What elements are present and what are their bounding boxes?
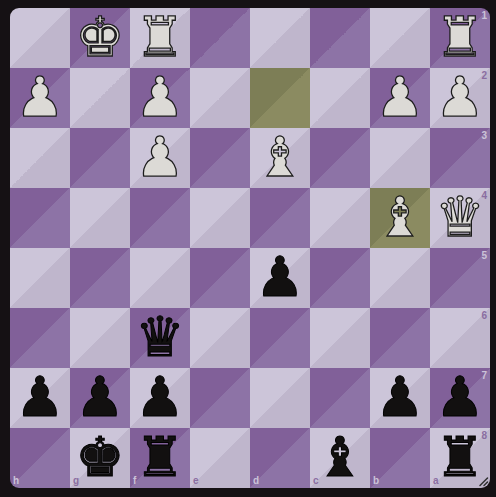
file-label-b: b xyxy=(373,476,379,486)
square-e6[interactable] xyxy=(190,308,250,368)
white-bishop-d3[interactable]: ♝ xyxy=(250,128,310,188)
square-c6[interactable] xyxy=(310,308,370,368)
square-d1[interactable] xyxy=(250,8,310,68)
white-pawn-b2[interactable]: ♟ xyxy=(370,68,430,128)
square-f3[interactable]: ♟ xyxy=(130,128,190,188)
square-d7[interactable] xyxy=(250,368,310,428)
square-e4[interactable] xyxy=(190,188,250,248)
square-b1[interactable] xyxy=(370,8,430,68)
rank-label-5: 5 xyxy=(481,251,487,261)
square-f6[interactable]: ♛ xyxy=(130,308,190,368)
black-rook-f8[interactable]: ♜ xyxy=(130,428,190,488)
white-king-g1[interactable]: ♚ xyxy=(70,8,130,68)
square-h5[interactable] xyxy=(10,248,70,308)
white-pawn-f3[interactable]: ♟ xyxy=(130,128,190,188)
square-f1[interactable]: ♜ xyxy=(130,8,190,68)
square-h6[interactable] xyxy=(10,308,70,368)
square-g5[interactable] xyxy=(70,248,130,308)
square-e3[interactable] xyxy=(190,128,250,188)
square-h8[interactable]: h xyxy=(10,428,70,488)
white-pawn-a2[interactable]: ♟ xyxy=(430,68,490,128)
square-h3[interactable] xyxy=(10,128,70,188)
square-a8[interactable]: ♜8a xyxy=(430,428,490,488)
square-a3[interactable]: 3 xyxy=(430,128,490,188)
square-b7[interactable]: ♟ xyxy=(370,368,430,428)
square-g4[interactable] xyxy=(70,188,130,248)
square-g3[interactable] xyxy=(70,128,130,188)
square-b2[interactable]: ♟ xyxy=(370,68,430,128)
square-c1[interactable] xyxy=(310,8,370,68)
square-b3[interactable] xyxy=(370,128,430,188)
square-c4[interactable] xyxy=(310,188,370,248)
square-d2[interactable] xyxy=(250,68,310,128)
board-resize-handle-icon[interactable] xyxy=(477,475,489,487)
white-rook-f1[interactable]: ♜ xyxy=(130,8,190,68)
square-b5[interactable] xyxy=(370,248,430,308)
square-d5[interactable]: ♟ xyxy=(250,248,310,308)
square-a2[interactable]: ♟2 xyxy=(430,68,490,128)
square-h7[interactable]: ♟ xyxy=(10,368,70,428)
black-pawn-a7[interactable]: ♟ xyxy=(430,368,490,428)
square-h2[interactable]: ♟ xyxy=(10,68,70,128)
square-b8[interactable]: b xyxy=(370,428,430,488)
white-bishop-b4[interactable]: ♝ xyxy=(370,188,430,248)
page-background: ♚♜♜1♟♟♟♟2♟♝3♝♛4♟5♛6♟♟♟♟♟7h♚g♜fed♝cb♜8a xyxy=(0,0,496,497)
square-f4[interactable] xyxy=(130,188,190,248)
square-e5[interactable] xyxy=(190,248,250,308)
square-a6[interactable]: 6 xyxy=(430,308,490,368)
file-label-e: e xyxy=(193,476,199,486)
square-a7[interactable]: ♟7 xyxy=(430,368,490,428)
square-g8[interactable]: ♚g xyxy=(70,428,130,488)
square-c3[interactable] xyxy=(310,128,370,188)
square-e2[interactable] xyxy=(190,68,250,128)
square-c5[interactable] xyxy=(310,248,370,308)
square-h1[interactable] xyxy=(10,8,70,68)
square-e8[interactable]: e xyxy=(190,428,250,488)
square-f7[interactable]: ♟ xyxy=(130,368,190,428)
square-b6[interactable] xyxy=(370,308,430,368)
square-f5[interactable] xyxy=(130,248,190,308)
square-a4[interactable]: ♛4 xyxy=(430,188,490,248)
black-pawn-f7[interactable]: ♟ xyxy=(130,368,190,428)
square-c7[interactable] xyxy=(310,368,370,428)
white-queen-a4[interactable]: ♛ xyxy=(430,188,490,248)
square-g1[interactable]: ♚ xyxy=(70,8,130,68)
black-pawn-g7[interactable]: ♟ xyxy=(70,368,130,428)
file-label-d: d xyxy=(253,476,259,486)
white-rook-a1[interactable]: ♜ xyxy=(430,8,490,68)
black-queen-f6[interactable]: ♛ xyxy=(130,308,190,368)
square-b4[interactable]: ♝ xyxy=(370,188,430,248)
square-e1[interactable] xyxy=(190,8,250,68)
rank-label-3: 3 xyxy=(481,131,487,141)
square-a5[interactable]: 5 xyxy=(430,248,490,308)
black-bishop-c8[interactable]: ♝ xyxy=(310,428,370,488)
square-h4[interactable] xyxy=(10,188,70,248)
square-g7[interactable]: ♟ xyxy=(70,368,130,428)
rank-label-6: 6 xyxy=(481,311,487,321)
square-f8[interactable]: ♜f xyxy=(130,428,190,488)
black-pawn-b7[interactable]: ♟ xyxy=(370,368,430,428)
file-label-h: h xyxy=(13,476,19,486)
square-g6[interactable] xyxy=(70,308,130,368)
black-pawn-h7[interactable]: ♟ xyxy=(10,368,70,428)
square-c2[interactable] xyxy=(310,68,370,128)
square-d3[interactable]: ♝ xyxy=(250,128,310,188)
square-d8[interactable]: d xyxy=(250,428,310,488)
black-king-g8[interactable]: ♚ xyxy=(70,428,130,488)
white-pawn-h2[interactable]: ♟ xyxy=(10,68,70,128)
chess-board: ♚♜♜1♟♟♟♟2♟♝3♝♛4♟5♛6♟♟♟♟♟7h♚g♜fed♝cb♜8a xyxy=(10,8,490,488)
black-pawn-d5[interactable]: ♟ xyxy=(250,248,310,308)
white-pawn-f2[interactable]: ♟ xyxy=(130,68,190,128)
square-d6[interactable] xyxy=(250,308,310,368)
square-c8[interactable]: ♝c xyxy=(310,428,370,488)
square-f2[interactable]: ♟ xyxy=(130,68,190,128)
square-d4[interactable] xyxy=(250,188,310,248)
square-g2[interactable] xyxy=(70,68,130,128)
square-a1[interactable]: ♜1 xyxy=(430,8,490,68)
square-e7[interactable] xyxy=(190,368,250,428)
